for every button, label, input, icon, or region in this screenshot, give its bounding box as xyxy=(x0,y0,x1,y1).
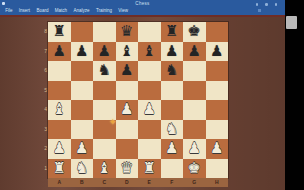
menu-item-training[interactable]: Training xyxy=(93,7,115,15)
menu-item-view[interactable]: View xyxy=(115,7,131,15)
piece-white-pawn: ♟ xyxy=(53,139,66,158)
menu-item-analyze[interactable]: Analyze xyxy=(70,7,92,15)
square-b2[interactable]: ♟ xyxy=(71,139,94,159)
square-a3[interactable] xyxy=(48,120,71,140)
square-a1[interactable]: ♜ xyxy=(48,159,71,179)
piece-black-rook: ♜ xyxy=(165,22,178,41)
rank-label-4: 4 xyxy=(39,100,47,120)
square-g2[interactable]: ♟ xyxy=(183,139,206,159)
screen: Chess FileInsertBoardMatchAnalyzeTrainin… xyxy=(0,0,304,190)
piece-white-pawn: ♟ xyxy=(120,100,133,119)
square-b1[interactable]: ♞ xyxy=(71,159,94,179)
square-h2[interactable]: ♟ xyxy=(206,139,229,159)
square-a4[interactable]: ♝ xyxy=(48,100,71,120)
square-d6[interactable]: ♟ xyxy=(116,61,139,81)
square-e4[interactable]: ♟ xyxy=(138,100,161,120)
square-g3[interactable] xyxy=(183,120,206,140)
square-c8[interactable] xyxy=(93,22,116,42)
square-b5[interactable] xyxy=(71,81,94,101)
square-a7[interactable]: ♟ xyxy=(48,42,71,62)
square-g8[interactable]: ♚ xyxy=(183,22,206,42)
file-coordinates: ABCDEFGH xyxy=(48,178,228,187)
square-f5[interactable] xyxy=(161,81,184,101)
square-h4[interactable] xyxy=(206,100,229,120)
square-b6[interactable] xyxy=(71,61,94,81)
square-h1[interactable] xyxy=(206,159,229,179)
piece-black-pawn: ♟ xyxy=(120,61,133,80)
square-d3[interactable] xyxy=(116,120,139,140)
piece-white-rook: ♜ xyxy=(53,159,66,178)
piece-black-bishop: ♝ xyxy=(120,42,133,61)
menu-bar: FileInsertBoardMatchAnalyzeTrainingView xyxy=(2,7,131,15)
file-label-a: A xyxy=(48,178,71,187)
square-d4[interactable]: ♟ xyxy=(116,100,139,120)
square-f8[interactable]: ♜ xyxy=(161,22,184,42)
maximize-icon[interactable] xyxy=(265,3,268,6)
file-label-g: G xyxy=(183,178,206,187)
square-e8[interactable] xyxy=(138,22,161,42)
square-d1[interactable]: ♛ xyxy=(116,159,139,179)
square-c1[interactable]: ♝ xyxy=(93,159,116,179)
square-d8[interactable]: ♛ xyxy=(116,22,139,42)
square-g4[interactable] xyxy=(183,100,206,120)
square-d2[interactable] xyxy=(116,139,139,159)
square-h8[interactable] xyxy=(206,22,229,42)
piece-white-bishop: ♝ xyxy=(53,100,66,119)
square-e1[interactable]: ♜ xyxy=(138,159,161,179)
piece-black-pawn: ♟ xyxy=(53,42,66,61)
square-a6[interactable] xyxy=(48,61,71,81)
piece-white-bishop: ♝ xyxy=(98,159,111,178)
move-marker-icon: ✦ xyxy=(109,118,117,127)
square-c6[interactable]: ♞ xyxy=(93,61,116,81)
square-a2[interactable]: ♟ xyxy=(48,139,71,159)
piece-black-pawn: ♟ xyxy=(210,42,223,61)
piece-black-rook: ♜ xyxy=(53,22,66,41)
piece-white-pawn: ♟ xyxy=(210,139,223,158)
menu-item-board[interactable]: Board xyxy=(33,7,51,15)
piece-black-pawn: ♟ xyxy=(165,42,178,61)
square-b3[interactable] xyxy=(71,120,94,140)
square-h7[interactable]: ♟ xyxy=(206,42,229,62)
square-e7[interactable]: ♝ xyxy=(138,42,161,62)
piece-white-rook: ♜ xyxy=(143,159,156,178)
square-b4[interactable] xyxy=(71,100,94,120)
piece-white-pawn: ♟ xyxy=(143,100,156,119)
square-d7[interactable]: ♝ xyxy=(116,42,139,62)
file-label-h: H xyxy=(206,178,229,187)
square-f7[interactable]: ♟ xyxy=(161,42,184,62)
file-label-b: B xyxy=(71,178,94,187)
piece-white-queen: ♛ xyxy=(120,159,133,178)
close-icon[interactable] xyxy=(275,3,278,6)
piece-black-pawn: ♟ xyxy=(75,42,88,61)
square-f1[interactable] xyxy=(161,159,184,179)
piece-black-bishop: ♝ xyxy=(143,42,156,61)
square-c5[interactable] xyxy=(93,81,116,101)
square-g1[interactable]: ♚ xyxy=(183,159,206,179)
rank-coordinates: 87654321 xyxy=(39,22,47,178)
square-h6[interactable] xyxy=(206,61,229,81)
rank-label-3: 3 xyxy=(39,120,47,140)
square-b7[interactable]: ♟ xyxy=(71,42,94,62)
rank-label-7: 7 xyxy=(39,42,47,62)
square-g7[interactable]: ♟ xyxy=(183,42,206,62)
window-title: Chess xyxy=(0,1,285,6)
piece-black-queen: ♛ xyxy=(120,22,133,41)
menu-item-insert[interactable]: Insert xyxy=(16,7,34,15)
piece-white-knight: ♞ xyxy=(165,120,178,139)
square-g6[interactable] xyxy=(183,61,206,81)
rank-label-2: 2 xyxy=(39,139,47,159)
square-e6[interactable] xyxy=(138,61,161,81)
rank-label-5: 5 xyxy=(39,81,47,101)
file-label-c: C xyxy=(93,178,116,187)
square-c2[interactable] xyxy=(93,139,116,159)
file-label-d: D xyxy=(116,178,139,187)
square-e2[interactable] xyxy=(138,139,161,159)
background-window-fragment xyxy=(286,16,297,29)
chess-app-window: Chess FileInsertBoardMatchAnalyzeTrainin… xyxy=(0,0,285,190)
accent-divider xyxy=(0,15,285,17)
square-b8[interactable] xyxy=(71,22,94,42)
piece-white-pawn: ♟ xyxy=(75,139,88,158)
square-f3[interactable]: ♞ xyxy=(161,120,184,140)
piece-white-king: ♚ xyxy=(188,159,201,178)
square-e3[interactable] xyxy=(138,120,161,140)
square-d5[interactable] xyxy=(116,81,139,101)
square-h3[interactable] xyxy=(206,120,229,140)
minimize-icon[interactable] xyxy=(256,3,259,6)
rank-label-8: 8 xyxy=(39,22,47,42)
square-f2[interactable]: ♟ xyxy=(161,139,184,159)
menu-item-match[interactable]: Match xyxy=(52,7,71,15)
square-a8[interactable]: ♜ xyxy=(48,22,71,42)
rank-label-1: 1 xyxy=(39,159,47,179)
piece-white-pawn: ♟ xyxy=(165,139,178,158)
square-e5[interactable] xyxy=(138,81,161,101)
menu-help-icon[interactable] xyxy=(258,9,261,12)
square-h5[interactable] xyxy=(206,81,229,101)
piece-white-pawn: ♟ xyxy=(188,139,201,158)
window-controls xyxy=(256,3,278,6)
rank-label-6: 6 xyxy=(39,61,47,81)
square-f6[interactable]: ♞ xyxy=(161,61,184,81)
square-f4[interactable] xyxy=(161,100,184,120)
chess-board: ♜♛♜♚♟♟♟♝♝♟♟♟♞♟♞♝♟♟♞♟♟♟♟♟♜♞♝♛♜♚ xyxy=(48,22,228,178)
piece-black-knight: ♞ xyxy=(165,61,178,80)
piece-white-knight: ♞ xyxy=(75,159,88,178)
square-a5[interactable] xyxy=(48,81,71,101)
piece-black-pawn: ♟ xyxy=(188,42,201,61)
file-label-e: E xyxy=(138,178,161,187)
square-g5[interactable] xyxy=(183,81,206,101)
piece-black-pawn: ♟ xyxy=(98,42,111,61)
file-label-f: F xyxy=(161,178,184,187)
titlebar: Chess FileInsertBoardMatchAnalyzeTrainin… xyxy=(0,0,285,15)
square-c7[interactable]: ♟ xyxy=(93,42,116,62)
menu-item-file[interactable]: File xyxy=(2,7,16,15)
piece-black-knight: ♞ xyxy=(98,61,111,80)
piece-black-king: ♚ xyxy=(188,22,201,41)
